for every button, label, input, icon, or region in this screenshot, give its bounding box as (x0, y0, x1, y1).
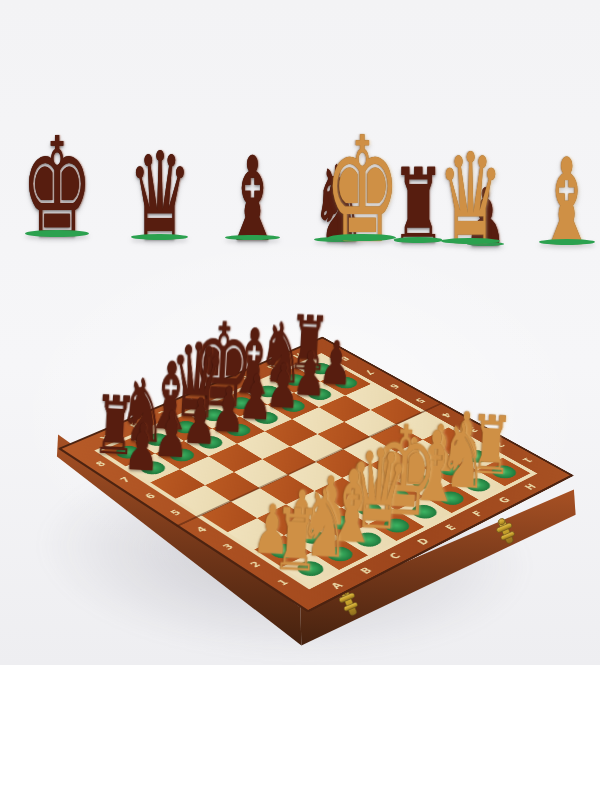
chess-set-product-photo: ♚♛♝♞♜♟ ♚♛♝♞♜♟ (0, 0, 600, 800)
board-scene: AABBCCDDEEFFGGHH1122334455667788 ♜♞♟♝♟♚♟… (0, 0, 600, 800)
chess-board: AABBCCDDEEFFGGHH1122334455667788 ♜♞♟♝♟♚♟… (58, 337, 575, 613)
board-pieces: ♜♞♟♝♟♚♟♛♟♝♟♞♟♟♜♟♟♜♟♟♞♟♝♟♚♟♛♟♝♟♞♜ (101, 356, 530, 585)
